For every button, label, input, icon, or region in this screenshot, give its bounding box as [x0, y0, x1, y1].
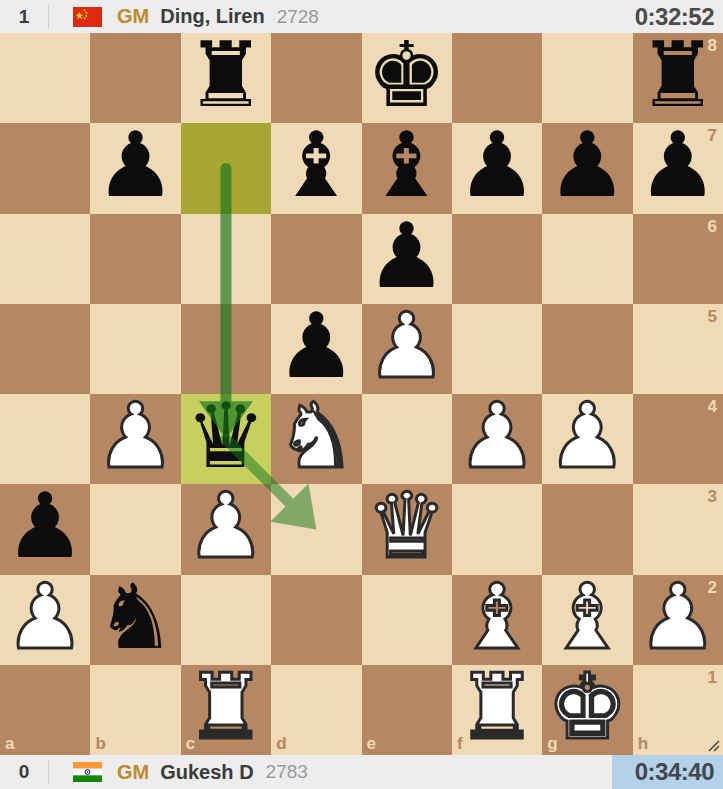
square-b1[interactable]: b	[90, 665, 180, 755]
square-f8[interactable]	[452, 33, 542, 123]
piece-black-pawn[interactable]: ♟	[0, 481, 90, 571]
square-b8[interactable]	[90, 33, 180, 123]
piece-black-bishop[interactable]: ♝	[362, 120, 452, 210]
square-d2[interactable]	[271, 575, 361, 665]
square-h6[interactable]: 6	[633, 214, 723, 304]
square-f4[interactable]: ♟	[452, 394, 542, 484]
square-d8[interactable]	[271, 33, 361, 123]
chess-game-window: 1 ★ GM Ding, Liren 2728 0:32:52 ♜♚♜8♟♝♝♟…	[0, 0, 723, 789]
piece-black-pawn[interactable]: ♟	[90, 120, 180, 210]
black-title: GM	[117, 5, 149, 28]
piece-black-rook[interactable]: ♜	[181, 30, 271, 120]
square-e7[interactable]: ♝	[362, 123, 452, 213]
square-h7[interactable]: ♟7	[633, 123, 723, 213]
file-label-b: b	[95, 735, 105, 752]
svg-text:★: ★	[75, 9, 84, 20]
separator	[48, 5, 49, 29]
rank-label-3: 3	[708, 488, 717, 505]
square-g1[interactable]: ♚g	[542, 665, 632, 755]
piece-black-pawn[interactable]: ♟	[362, 211, 452, 301]
square-a3[interactable]: ♟	[0, 484, 90, 574]
rank-label-7: 7	[708, 127, 717, 144]
piece-white-pawn[interactable]: ♟	[90, 391, 180, 481]
square-e6[interactable]: ♟	[362, 214, 452, 304]
india-flag-icon	[73, 762, 102, 782]
file-label-c: c	[186, 735, 195, 752]
piece-white-rook[interactable]: ♜	[452, 662, 542, 752]
square-e1[interactable]: e	[362, 665, 452, 755]
piece-white-pawn[interactable]: ♟	[362, 301, 452, 391]
square-c7[interactable]	[181, 123, 271, 213]
square-c4[interactable]: ♛	[181, 394, 271, 484]
square-g4[interactable]: ♟	[542, 394, 632, 484]
square-g2[interactable]: ♝	[542, 575, 632, 665]
piece-white-pawn[interactable]: ♟	[181, 481, 271, 571]
piece-white-pawn[interactable]: ♟	[0, 572, 90, 662]
last-move-highlight	[181, 123, 271, 213]
square-f1[interactable]: ♜f	[452, 665, 542, 755]
square-g8[interactable]	[542, 33, 632, 123]
piece-white-bishop[interactable]: ♝	[452, 572, 542, 662]
square-h2[interactable]: ♟2	[633, 575, 723, 665]
square-e3[interactable]: ♛	[362, 484, 452, 574]
square-g5[interactable]	[542, 304, 632, 394]
square-a6[interactable]	[0, 214, 90, 304]
piece-black-pawn[interactable]: ♟	[452, 120, 542, 210]
square-a5[interactable]	[0, 304, 90, 394]
square-b6[interactable]	[90, 214, 180, 304]
black-score: 1	[11, 6, 37, 28]
square-c3[interactable]: ♟	[181, 484, 271, 574]
square-d7[interactable]: ♝	[271, 123, 361, 213]
square-h4[interactable]: 4	[633, 394, 723, 484]
piece-black-pawn[interactable]: ♟	[271, 301, 361, 391]
square-g7[interactable]: ♟	[542, 123, 632, 213]
square-d6[interactable]	[271, 214, 361, 304]
square-b5[interactable]	[90, 304, 180, 394]
rank-label-4: 4	[708, 398, 717, 415]
square-a1[interactable]: a	[0, 665, 90, 755]
file-label-h: h	[638, 735, 648, 752]
piece-black-knight[interactable]: ♞	[90, 572, 180, 662]
square-d3[interactable]	[271, 484, 361, 574]
board-grid[interactable]: ♜♚♜8♟♝♝♟♟♟7♟6♟♟5♟♛♞♟♟4♟♟♛3♟♞♝♝♟2ab♜cde♜f…	[0, 33, 723, 755]
clock-white: 0:34:40	[612, 755, 723, 789]
square-c6[interactable]	[181, 214, 271, 304]
square-e5[interactable]: ♟	[362, 304, 452, 394]
piece-white-pawn[interactable]: ♟	[452, 391, 542, 481]
file-label-f: f	[457, 735, 463, 752]
square-e8[interactable]: ♚	[362, 33, 452, 123]
white-title: GM	[117, 761, 149, 784]
white-name: Gukesh D	[160, 761, 253, 784]
rank-label-5: 5	[708, 308, 717, 325]
square-b3[interactable]	[90, 484, 180, 574]
square-f7[interactable]: ♟	[452, 123, 542, 213]
square-h5[interactable]: 5	[633, 304, 723, 394]
square-f5[interactable]	[452, 304, 542, 394]
square-b4[interactable]: ♟	[90, 394, 180, 484]
piece-black-bishop[interactable]: ♝	[271, 120, 361, 210]
square-d5[interactable]: ♟	[271, 304, 361, 394]
white-rating: 2783	[266, 761, 308, 783]
square-d4[interactable]: ♞	[271, 394, 361, 484]
piece-white-pawn[interactable]: ♟	[542, 391, 632, 481]
square-g3[interactable]	[542, 484, 632, 574]
square-h3[interactable]: 3	[633, 484, 723, 574]
square-f6[interactable]	[452, 214, 542, 304]
square-e2[interactable]	[362, 575, 452, 665]
file-label-e: e	[367, 735, 376, 752]
square-g6[interactable]	[542, 214, 632, 304]
resize-handle-icon[interactable]	[705, 737, 721, 753]
square-f3[interactable]	[452, 484, 542, 574]
chess-board[interactable]: ♜♚♜8♟♝♝♟♟♟7♟6♟♟5♟♛♞♟♟4♟♟♛3♟♞♝♝♟2ab♜cde♜f…	[0, 33, 723, 755]
square-a8[interactable]	[0, 33, 90, 123]
file-label-d: d	[276, 735, 286, 752]
square-h8[interactable]: ♜8	[633, 33, 723, 123]
player-bar-black: 1 ★ GM Ding, Liren 2728 0:32:52	[0, 0, 723, 33]
square-a7[interactable]	[0, 123, 90, 213]
rank-label-2: 2	[708, 579, 717, 596]
square-b2[interactable]: ♞	[90, 575, 180, 665]
piece-black-queen[interactable]: ♛	[181, 391, 271, 481]
square-c5[interactable]	[181, 304, 271, 394]
piece-white-bishop[interactable]: ♝	[542, 572, 632, 662]
china-flag-icon: ★	[73, 7, 102, 27]
piece-white-queen[interactable]: ♛	[362, 481, 452, 571]
square-a4[interactable]	[0, 394, 90, 484]
file-label-a: a	[5, 735, 14, 752]
square-f2[interactable]: ♝	[452, 575, 542, 665]
file-label-g: g	[547, 735, 557, 752]
separator	[48, 760, 49, 784]
black-rating: 2728	[277, 6, 319, 28]
square-c8[interactable]: ♜	[181, 33, 271, 123]
rank-label-1: 1	[708, 669, 717, 686]
rank-label-8: 8	[708, 37, 717, 54]
square-e4[interactable]	[362, 394, 452, 484]
square-c1[interactable]: ♜c	[181, 665, 271, 755]
piece-white-knight[interactable]: ♞	[271, 391, 361, 481]
rank-label-6: 6	[708, 218, 717, 235]
player-bar-white: 0 GM Gukesh D 2783 0:34:40	[0, 755, 723, 789]
square-b7[interactable]: ♟	[90, 123, 180, 213]
piece-black-king[interactable]: ♚	[362, 30, 452, 120]
white-score: 0	[11, 761, 37, 783]
square-c2[interactable]	[181, 575, 271, 665]
piece-black-pawn[interactable]: ♟	[542, 120, 632, 210]
square-a2[interactable]: ♟	[0, 575, 90, 665]
square-d1[interactable]: d	[271, 665, 361, 755]
